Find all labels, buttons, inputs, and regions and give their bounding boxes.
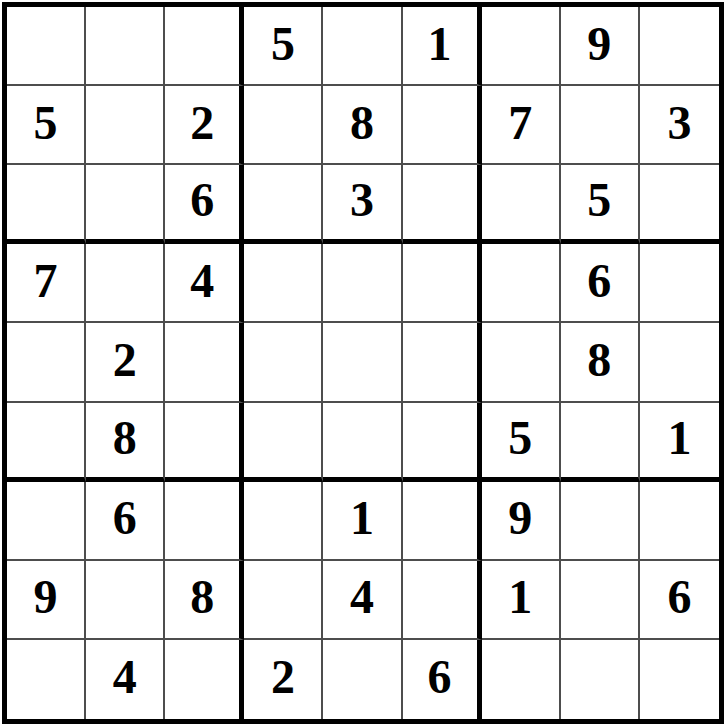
given-digit: 5 (508, 414, 532, 466)
given-digit: 4 (350, 573, 374, 625)
cell-r3c4[interactable] (244, 165, 323, 244)
cell-r2c3[interactable]: 2 (165, 86, 244, 165)
given-digit: 2 (190, 99, 214, 151)
cell-r1c2[interactable] (86, 7, 165, 86)
cell-r8c8[interactable] (561, 561, 640, 640)
cell-r7c2[interactable]: 6 (86, 482, 165, 561)
cell-r9c8[interactable] (561, 640, 640, 719)
cell-r8c7[interactable]: 1 (482, 561, 561, 640)
cell-r1c5[interactable] (323, 7, 402, 86)
cell-r2c4[interactable] (244, 86, 323, 165)
cell-r3c1[interactable] (7, 165, 86, 244)
cell-r8c9[interactable]: 6 (640, 561, 719, 640)
cell-r5c6[interactable] (403, 323, 482, 402)
given-digit: 9 (34, 573, 58, 625)
cell-r9c3[interactable] (165, 640, 244, 719)
given-digit: 3 (667, 99, 691, 151)
given-digit: 1 (667, 414, 691, 466)
given-digit: 2 (113, 336, 137, 388)
cell-r5c3[interactable] (165, 323, 244, 402)
cell-r6c3[interactable] (165, 403, 244, 482)
cell-r8c3[interactable]: 8 (165, 561, 244, 640)
cell-r3c8[interactable]: 5 (561, 165, 640, 244)
cell-r1c6[interactable]: 1 (403, 7, 482, 86)
given-digit: 8 (113, 414, 137, 466)
cell-r2c7[interactable]: 7 (482, 86, 561, 165)
cell-r5c2[interactable]: 2 (86, 323, 165, 402)
cell-r2c8[interactable] (561, 86, 640, 165)
cell-r6c9[interactable]: 1 (640, 403, 719, 482)
cell-r6c5[interactable] (323, 403, 402, 482)
cell-r3c7[interactable] (482, 165, 561, 244)
given-digit: 9 (587, 20, 611, 72)
cell-r1c8[interactable]: 9 (561, 7, 640, 86)
cell-r8c1[interactable]: 9 (7, 561, 86, 640)
cell-r1c3[interactable] (165, 7, 244, 86)
cell-r2c2[interactable] (86, 86, 165, 165)
cell-r4c6[interactable] (403, 244, 482, 323)
cell-r4c1[interactable]: 7 (7, 244, 86, 323)
cell-r3c3[interactable]: 6 (165, 165, 244, 244)
given-digit: 4 (113, 653, 137, 705)
given-digit: 5 (587, 176, 611, 228)
cell-r7c7[interactable]: 9 (482, 482, 561, 561)
cell-r6c7[interactable]: 5 (482, 403, 561, 482)
given-digit: 1 (350, 494, 374, 546)
given-digit: 6 (113, 494, 137, 546)
cell-r9c7[interactable] (482, 640, 561, 719)
cell-r5c9[interactable] (640, 323, 719, 402)
cell-r8c2[interactable] (86, 561, 165, 640)
cell-r4c2[interactable] (86, 244, 165, 323)
cell-r1c7[interactable] (482, 7, 561, 86)
cell-r3c6[interactable] (403, 165, 482, 244)
cell-r2c1[interactable]: 5 (7, 86, 86, 165)
cell-r8c5[interactable]: 4 (323, 561, 402, 640)
cell-r7c1[interactable] (7, 482, 86, 561)
cell-r3c5[interactable]: 3 (323, 165, 402, 244)
given-digit: 1 (508, 573, 532, 625)
cell-r4c3[interactable]: 4 (165, 244, 244, 323)
given-digit: 8 (190, 573, 214, 625)
cell-r5c7[interactable] (482, 323, 561, 402)
given-digit: 3 (350, 176, 374, 228)
cell-r9c1[interactable] (7, 640, 86, 719)
cell-r7c4[interactable] (244, 482, 323, 561)
cell-r6c2[interactable]: 8 (86, 403, 165, 482)
given-digit: 9 (508, 494, 532, 546)
given-digit: 7 (508, 99, 532, 151)
given-digit: 5 (271, 20, 295, 72)
cell-r9c4[interactable]: 2 (244, 640, 323, 719)
cell-r8c6[interactable] (403, 561, 482, 640)
given-digit: 7 (34, 257, 58, 309)
cell-r2c6[interactable] (403, 86, 482, 165)
cell-r9c5[interactable] (323, 640, 402, 719)
cell-r3c2[interactable] (86, 165, 165, 244)
cell-r5c5[interactable] (323, 323, 402, 402)
cell-r4c9[interactable] (640, 244, 719, 323)
cell-r1c4[interactable]: 5 (244, 7, 323, 86)
cell-r1c9[interactable] (640, 7, 719, 86)
cell-r5c8[interactable]: 8 (561, 323, 640, 402)
cell-r2c5[interactable]: 8 (323, 86, 402, 165)
cell-r7c5[interactable]: 1 (323, 482, 402, 561)
cell-r7c8[interactable] (561, 482, 640, 561)
given-digit: 6 (428, 653, 452, 705)
cell-r7c6[interactable] (403, 482, 482, 561)
given-digit: 6 (667, 573, 691, 625)
cell-r1c1[interactable] (7, 7, 86, 86)
given-digit: 2 (271, 653, 295, 705)
cell-r6c6[interactable] (403, 403, 482, 482)
given-digit: 4 (190, 257, 214, 309)
given-digit: 6 (587, 257, 611, 309)
cell-r4c5[interactable] (323, 244, 402, 323)
cell-r6c8[interactable] (561, 403, 640, 482)
given-digit: 8 (350, 99, 374, 151)
cell-r5c1[interactable] (7, 323, 86, 402)
cell-r9c2[interactable]: 4 (86, 640, 165, 719)
cell-r2c9[interactable]: 3 (640, 86, 719, 165)
cell-r9c6[interactable]: 6 (403, 640, 482, 719)
page: 519528736357462885161998416426 (0, 0, 726, 726)
given-digit: 5 (34, 99, 58, 151)
cell-r8c4[interactable] (244, 561, 323, 640)
cell-r4c4[interactable] (244, 244, 323, 323)
sudoku-board: 519528736357462885161998416426 (2, 2, 724, 724)
cell-r4c7[interactable] (482, 244, 561, 323)
given-digit: 6 (190, 176, 214, 228)
cell-r6c4[interactable] (244, 403, 323, 482)
cell-r3c9[interactable] (640, 165, 719, 244)
cell-r7c3[interactable] (165, 482, 244, 561)
cell-r5c4[interactable] (244, 323, 323, 402)
cell-r7c9[interactable] (640, 482, 719, 561)
given-digit: 1 (428, 20, 452, 72)
cell-r4c8[interactable]: 6 (561, 244, 640, 323)
given-digit: 8 (587, 336, 611, 388)
cell-r9c9[interactable] (640, 640, 719, 719)
cell-r6c1[interactable] (7, 403, 86, 482)
